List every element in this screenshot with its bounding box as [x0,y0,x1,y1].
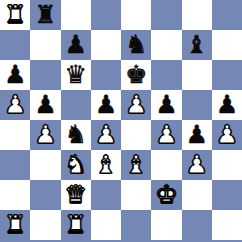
piece-black-pawn[interactable]: ♟ [34,92,56,117]
square-c6[interactable]: ♛ [61,60,91,90]
piece-black-king[interactable]: ♚ [125,62,147,87]
square-g1[interactable] [182,210,212,240]
square-h7[interactable] [212,30,242,60]
square-g5[interactable] [182,90,212,120]
square-c8[interactable] [61,0,91,30]
square-f6[interactable] [151,60,181,90]
square-a5[interactable]: ♟ [0,90,30,120]
square-d4[interactable]: ♟ [91,120,121,150]
piece-black-pawn[interactable]: ♟ [185,122,207,147]
square-e5[interactable]: ♟ [121,90,151,120]
piece-white-pawn[interactable]: ♟ [185,152,207,177]
piece-white-pawn[interactable]: ♟ [34,122,56,147]
square-h3[interactable] [212,150,242,180]
piece-black-rook[interactable]: ♜ [34,2,56,27]
square-h1[interactable] [212,210,242,240]
square-h2[interactable] [212,180,242,210]
chess-board-container: ♜♜♟♞♝♟♛♚♟♟♟♟♟♟♟♞♟♟♟♟♞♝♝♟♛♚♜♜ [0,0,242,242]
square-g2[interactable] [182,180,212,210]
piece-black-pawn[interactable]: ♟ [4,62,26,87]
square-f4[interactable]: ♟ [151,120,181,150]
square-a2[interactable] [0,180,30,210]
piece-white-pawn[interactable]: ♟ [155,122,177,147]
square-d6[interactable] [91,60,121,90]
square-e6[interactable]: ♚ [121,60,151,90]
square-d5[interactable]: ♟ [91,90,121,120]
piece-white-knight[interactable]: ♞ [64,152,86,177]
piece-black-pawn[interactable]: ♟ [64,32,86,57]
square-h6[interactable] [212,60,242,90]
piece-white-pawn[interactable]: ♟ [4,92,26,117]
square-h4[interactable]: ♟ [212,120,242,150]
square-d3[interactable]: ♝ [91,150,121,180]
square-f5[interactable]: ♟ [151,90,181,120]
square-g3[interactable]: ♟ [182,150,212,180]
square-f1[interactable] [151,210,181,240]
square-d2[interactable] [91,180,121,210]
square-c5[interactable] [61,90,91,120]
piece-white-bishop[interactable]: ♝ [125,152,147,177]
square-c2[interactable]: ♛ [61,180,91,210]
square-f8[interactable] [151,0,181,30]
piece-black-pawn[interactable]: ♟ [95,92,117,117]
piece-white-pawn[interactable]: ♟ [125,92,147,117]
square-b3[interactable] [30,150,60,180]
piece-black-knight[interactable]: ♞ [125,32,147,57]
piece-white-rook[interactable]: ♜ [4,2,26,27]
square-d8[interactable] [91,0,121,30]
piece-black-pawn[interactable]: ♟ [155,92,177,117]
square-a1[interactable]: ♜ [0,210,30,240]
square-h5[interactable]: ♟ [212,90,242,120]
piece-white-pawn[interactable]: ♟ [216,122,238,147]
square-c4[interactable]: ♞ [61,120,91,150]
square-b2[interactable] [30,180,60,210]
square-d1[interactable] [91,210,121,240]
chess-board: ♜♜♟♞♝♟♛♚♟♟♟♟♟♟♟♞♟♟♟♟♞♝♝♟♛♚♜♜ [0,0,242,242]
square-f3[interactable] [151,150,181,180]
square-e8[interactable] [121,0,151,30]
piece-white-pawn[interactable]: ♟ [95,122,117,147]
piece-black-knight[interactable]: ♞ [64,122,86,147]
piece-white-queen[interactable]: ♛ [64,182,86,207]
square-d7[interactable] [91,30,121,60]
square-b7[interactable] [30,30,60,60]
square-g8[interactable] [182,0,212,30]
piece-white-bishop[interactable]: ♝ [95,152,117,177]
square-e3[interactable]: ♝ [121,150,151,180]
square-b6[interactable] [30,60,60,90]
square-e7[interactable]: ♞ [121,30,151,60]
square-f7[interactable] [151,30,181,60]
square-c1[interactable]: ♜ [61,210,91,240]
square-b8[interactable]: ♜ [30,0,60,30]
square-e4[interactable] [121,120,151,150]
square-b1[interactable] [30,210,60,240]
piece-black-pawn[interactable]: ♟ [216,92,238,117]
piece-black-bishop[interactable]: ♝ [185,32,207,57]
square-e2[interactable] [121,180,151,210]
square-b4[interactable]: ♟ [30,120,60,150]
square-a8[interactable]: ♜ [0,0,30,30]
square-c7[interactable]: ♟ [61,30,91,60]
square-a7[interactable] [0,30,30,60]
square-g7[interactable]: ♝ [182,30,212,60]
square-h8[interactable] [212,0,242,30]
square-f2[interactable]: ♚ [151,180,181,210]
piece-white-rook[interactable]: ♜ [4,212,26,237]
square-a3[interactable] [0,150,30,180]
square-b5[interactable]: ♟ [30,90,60,120]
piece-white-rook[interactable]: ♜ [64,212,86,237]
piece-black-queen[interactable]: ♛ [64,62,86,87]
square-e1[interactable] [121,210,151,240]
square-a4[interactable] [0,120,30,150]
square-c3[interactable]: ♞ [61,150,91,180]
square-g6[interactable] [182,60,212,90]
piece-white-king[interactable]: ♚ [155,182,177,207]
square-g4[interactable]: ♟ [182,120,212,150]
square-a6[interactable]: ♟ [0,60,30,90]
